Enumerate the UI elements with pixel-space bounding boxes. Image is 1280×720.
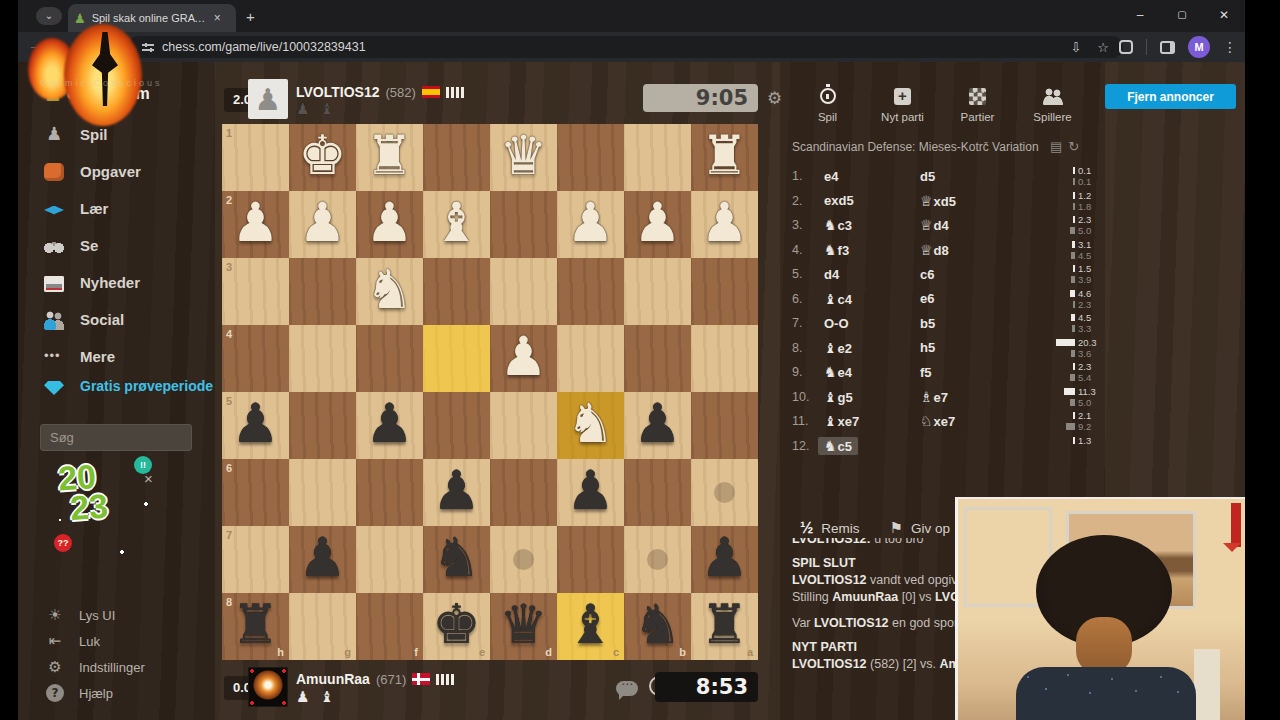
move-w[interactable]: ♞c3 [824, 217, 920, 233]
rank-label: 6 [226, 462, 232, 474]
move-b[interactable]: h5 [920, 340, 1016, 355]
square-a1[interactable]: ♜ [691, 124, 758, 191]
time-bar [1072, 325, 1075, 332]
move-w[interactable]: ♝c4 [824, 291, 920, 307]
panel-tab-nyt-parti[interactable]: Nyt parti [865, 86, 940, 123]
square-d8[interactable]: ♛d [490, 593, 557, 660]
move-w[interactable]: ♞e4 [824, 364, 920, 380]
square-f2[interactable]: ♟ [356, 191, 423, 258]
time-bar [1070, 399, 1075, 406]
sidebar-item-opgaver[interactable]: Opgaver [18, 153, 215, 190]
move-number: 9. [792, 365, 824, 379]
bottom-player-clock: 8:53 [655, 672, 758, 702]
badge-quest: ?? [54, 534, 72, 552]
white-bishop-move-icon: ♝ [824, 389, 837, 405]
square-f4[interactable] [356, 325, 423, 392]
move-b[interactable]: ♕d8 [920, 242, 1016, 258]
rank-label: 7 [226, 529, 232, 541]
square-d6[interactable] [490, 459, 557, 526]
square-d2[interactable] [490, 191, 557, 258]
panel-tab-spillere[interactable]: Spillere [1015, 86, 1090, 123]
move-b[interactable]: b5 [920, 316, 1016, 331]
square-e5[interactable] [423, 392, 490, 459]
time-bar [1073, 301, 1075, 308]
square-e2[interactable]: ♝ [423, 191, 490, 258]
top-player-rating: (582) [386, 85, 416, 100]
sidebar-footer-luk[interactable]: ⇤Luk [18, 628, 215, 654]
time-bar [1073, 437, 1075, 444]
square-d4[interactable]: ♟ [490, 325, 557, 392]
square-g7[interactable]: ♟ [289, 526, 356, 593]
screen: ⌄ ♟ Spil skak online GRATIS - Skak × + –… [0, 0, 1280, 720]
square-c8[interactable]: ♝c [557, 593, 624, 660]
black-bishop-move-icon: ♗ [920, 389, 933, 405]
square-g8[interactable]: g [289, 593, 356, 660]
rank-label: 3 [226, 261, 232, 273]
footer-item-label: Hjælp [79, 686, 113, 701]
square-b1[interactable] [624, 124, 691, 191]
square-a2[interactable]: ♟ [691, 191, 758, 258]
people-icon [1043, 88, 1063, 105]
move-time: 2.3 [1078, 299, 1104, 310]
black-knight-move-icon: ♘ [920, 413, 933, 429]
move-w[interactable]: O-O [824, 316, 920, 331]
square-e8[interactable]: ♚e [423, 593, 490, 660]
white-queen-d1[interactable]: ♛ [490, 124, 557, 191]
square-a6[interactable] [691, 459, 758, 526]
time-bar [1056, 339, 1075, 346]
square-h1[interactable]: 1 [222, 124, 289, 191]
white-bishop-e2[interactable]: ♝ [423, 191, 490, 258]
exit-icon: ⇤ [46, 632, 64, 650]
help-icon: ? [46, 684, 64, 702]
panel-tab-partier[interactable]: Partier [940, 86, 1015, 123]
move-b[interactable]: f5 [920, 365, 1016, 380]
white-rook-f1[interactable]: ♜ [356, 124, 423, 191]
white-pawn-a2[interactable]: ♟ [691, 191, 758, 258]
square-h2[interactable]: ♟2 [222, 191, 289, 258]
square-f3[interactable]: ♞ [356, 258, 423, 325]
square-b3[interactable] [624, 258, 691, 325]
square-h8[interactable]: ♜8h [222, 593, 289, 660]
move-time: 11.3 [1078, 386, 1104, 397]
sun-icon: ☀ [46, 606, 64, 624]
move-time: 5.0 [1078, 225, 1104, 236]
game-actions: ½ Remis ⚑ Giv op [800, 519, 972, 537]
time-bar [1073, 265, 1075, 272]
chess-board[interactable]: 1♚♜♛♜♟2♟♟♝♟♟♟3♞4♟♟5♟♞♟6♟♟7♟♞♟♜8hgf♚e♛d♝c… [222, 124, 758, 660]
square-d5[interactable] [490, 392, 557, 459]
file-label: e [479, 646, 485, 658]
black-queen-move-icon: ♕ [920, 217, 933, 233]
square-a3[interactable] [691, 258, 758, 325]
sidebar-item-label: Social [80, 311, 124, 328]
trial-label: Gratis prøveperiode [80, 378, 213, 395]
puzzle-icon [44, 163, 64, 181]
white-pawn-c2[interactable]: ♟ [557, 191, 624, 258]
square-g6[interactable] [289, 459, 356, 526]
move-row: 8.♝e2h520.33.6 [792, 336, 1104, 361]
move-b[interactable]: c6 [920, 267, 1016, 282]
time-bar [1066, 423, 1075, 430]
move-w[interactable]: ♞f3 [824, 242, 920, 258]
sidebar-item-se[interactable]: Se [18, 227, 215, 264]
square-b8[interactable]: ♞b [624, 593, 691, 660]
remove-ads-button[interactable]: Fjern annoncer [1105, 84, 1236, 109]
close-button[interactable]: ✕ [1203, 0, 1245, 32]
move-time: 3.6 [1078, 348, 1104, 359]
time-bar [1073, 363, 1075, 370]
white-bishop-move-icon: ♝ [824, 413, 837, 429]
time-bar [1070, 290, 1075, 297]
file-label: c [613, 646, 619, 658]
file-label: d [545, 646, 552, 658]
black-queen-move-icon: ♕ [920, 193, 933, 209]
people-icon [44, 310, 64, 330]
move-w[interactable]: exd5 [824, 193, 920, 208]
panel-tab-label: Partier [940, 111, 1015, 123]
square-f1[interactable]: ♜ [356, 124, 423, 191]
time-bar [1073, 192, 1075, 199]
time-bar [1073, 203, 1075, 210]
rank-label: 8 [226, 596, 232, 608]
red-ribbon [1231, 503, 1241, 547]
square-b5[interactable]: ♟ [624, 392, 691, 459]
move-row: 4.♞f3♕d83.14.5 [792, 238, 1104, 263]
move-w[interactable]: ♝g5 [824, 389, 920, 405]
top-player-avatar[interactable]: ♟ [248, 79, 288, 119]
move-time: 1.8 [1078, 201, 1104, 212]
extensions-icon[interactable] [1119, 40, 1133, 54]
move-number: 3. [792, 218, 824, 232]
sidebar-item-label: Mere [80, 348, 115, 365]
bookmark-star-icon[interactable]: ☆ [1097, 40, 1109, 55]
url-text: chess.com/game/live/100032839431 [162, 40, 366, 54]
white-pawn-d4[interactable]: ♟ [490, 325, 557, 392]
sidebar-item-lær[interactable]: Lær [18, 190, 215, 227]
panel-tab-label: Nyt parti [865, 111, 940, 123]
panel-tab-label: Spil [790, 111, 865, 123]
square-d1[interactable]: ♛ [490, 124, 557, 191]
sidebar-item-label: Lær [80, 200, 108, 217]
white-knight-c5[interactable]: ♞ [557, 392, 624, 459]
chat-bubble-icon[interactable] [616, 681, 638, 696]
square-f5[interactable]: ♟ [356, 392, 423, 459]
file-label: f [414, 646, 418, 658]
black-strip-right [1245, 0, 1280, 720]
square-c6[interactable]: ♟ [557, 459, 624, 526]
board-settings-gear-icon[interactable]: ⚙ [767, 88, 782, 108]
resign-button[interactable]: Giv op [911, 521, 950, 536]
time-bar [1073, 178, 1075, 185]
sidebar-menu: SpilOpgaverLærSeNyhederSocialMere [18, 116, 215, 375]
move-row: 11.♝xe7♘xe72.19.2 [792, 409, 1104, 434]
time-bar [1072, 241, 1075, 248]
window-controls: – ▢ ✕ [1119, 0, 1245, 32]
move-time: 0.1 [1078, 176, 1104, 187]
white-king-g1[interactable]: ♚ [289, 124, 356, 191]
square-b7[interactable] [624, 526, 691, 593]
top-player-clock: 9:05 [643, 84, 758, 112]
checker-icon [969, 88, 986, 105]
sidebar-footer-lys-ui[interactable]: ☀Lys UI [18, 602, 215, 628]
white-rook-a1[interactable]: ♜ [691, 124, 758, 191]
rank-label: 5 [226, 395, 232, 407]
sidebar-item-social[interactable]: Social [18, 301, 215, 338]
file-label: g [344, 646, 351, 658]
white-knight-f3[interactable]: ♞ [356, 258, 423, 325]
move-b[interactable]: ♕d4 [920, 217, 1016, 233]
connection-bars-icon [436, 674, 454, 685]
streamer-shirt [1016, 667, 1196, 720]
browser-titlebar: ⌄ ♟ Spil skak online GRATIS - Skak × + –… [18, 0, 1245, 32]
square-e7[interactable]: ♞ [423, 526, 490, 593]
square-c7[interactable] [557, 526, 624, 593]
square-h5[interactable]: ♟5 [222, 392, 289, 459]
white-pawn-g2[interactable]: ♟ [289, 191, 356, 258]
new-tab-button[interactable]: + [246, 8, 255, 25]
file-label: h [277, 646, 284, 658]
gear-icon: ⚙ [46, 658, 64, 676]
square-h6[interactable]: 6 [222, 459, 289, 526]
black-pawn-b5[interactable]: ♟ [624, 392, 691, 459]
news-icon [44, 276, 64, 292]
square-b6[interactable] [624, 459, 691, 526]
square-e3[interactable] [423, 258, 490, 325]
move-w[interactable]: d4 [824, 267, 920, 282]
toolbar-right: M ⋮ [1119, 36, 1237, 58]
move-time: 3.1 [1078, 239, 1104, 250]
move-number: 1. [792, 169, 824, 183]
time-bar [1070, 374, 1075, 381]
plus-icon [894, 88, 911, 105]
white-pawn-f2[interactable]: ♟ [356, 191, 423, 258]
square-e1[interactable] [423, 124, 490, 191]
legal-move-dot [714, 482, 735, 503]
profile-avatar[interactable]: M [1188, 36, 1210, 58]
square-b2[interactable]: ♟ [624, 191, 691, 258]
tab-close-icon[interactable]: × [214, 11, 221, 25]
time-bar [1073, 412, 1075, 419]
footer-item-label: Luk [79, 634, 100, 649]
square-h3[interactable]: 3 [222, 258, 289, 325]
rank-label: 1 [226, 127, 232, 139]
move-time: 2.3 [1078, 214, 1104, 225]
move-b[interactable]: ♗e7 [920, 389, 1016, 405]
move-w[interactable]: ♝e2 [824, 340, 920, 356]
black-pawn-f5[interactable]: ♟ [356, 392, 423, 459]
install-icon[interactable]: ⇩ [1070, 40, 1081, 55]
rank-label: 4 [226, 328, 232, 340]
white-knight-move-icon: ♞ [824, 242, 837, 258]
top-player-info[interactable]: LVOLTIOS12 (582) [296, 84, 464, 100]
sidebar-item-nyheder[interactable]: Nyheder [18, 264, 215, 301]
badge-close-icon[interactable]: × [144, 470, 153, 487]
move-b[interactable]: ♘xe7 [920, 413, 1016, 429]
opening-book-icon[interactable]: ▤ [1050, 139, 1062, 154]
white-knight-move-icon: ♞ [824, 364, 837, 380]
right-panel-tabs: SpilNyt partiPartierSpillere [790, 86, 1090, 123]
bottom-player-name: AmuunRaa [296, 671, 370, 687]
legal-move-dot [647, 549, 668, 570]
file-label: a [747, 646, 753, 658]
opening-explorer-icon[interactable]: ↻ [1068, 139, 1079, 154]
square-g2[interactable]: ♟ [289, 191, 356, 258]
move-row: 7.O-Ob54.53.3 [792, 311, 1104, 336]
square-e4[interactable] [423, 325, 490, 392]
square-b4[interactable] [624, 325, 691, 392]
promo-2023-badge[interactable]: 20 23 !! ?? [58, 460, 158, 560]
time-bar [1071, 276, 1075, 283]
square-a5[interactable] [691, 392, 758, 459]
move-time: 4.5 [1078, 312, 1104, 323]
square-d7[interactable] [490, 526, 557, 593]
move-number: 7. [792, 316, 824, 330]
move-number: 10. [792, 390, 824, 404]
black-pawn-e6[interactable]: ♟ [423, 459, 490, 526]
move-row: 3.♞c3♕d42.35.0 [792, 213, 1104, 238]
move-row: 6.♝c4e64.62.3 [792, 287, 1104, 312]
black-pawn-g7[interactable]: ♟ [289, 526, 356, 593]
square-h4[interactable]: 4 [222, 325, 289, 392]
square-g5[interactable] [289, 392, 356, 459]
white-knight-move-icon: ♞ [824, 217, 837, 233]
square-a7[interactable]: ♟ [691, 526, 758, 593]
spain-flag-icon [422, 86, 440, 98]
minimize-button[interactable]: – [1119, 0, 1161, 32]
move-row: 1.e4d50.10.1 [792, 164, 1104, 189]
black-knight-e7[interactable]: ♞ [423, 526, 490, 593]
sidebar: ♟ chess.com SpilOpgaverLærSeNyhederSocia… [18, 62, 215, 720]
square-c3[interactable] [557, 258, 624, 325]
address-bar[interactable]: chess.com/game/live/100032839431 ⇩ ☆ [128, 36, 1123, 58]
time-bar [1073, 216, 1075, 223]
move-number: 5. [792, 267, 824, 281]
phoenix-logo-overlay [28, 22, 146, 130]
square-f7[interactable] [356, 526, 423, 593]
sidebar-footer-indstillinger[interactable]: ⚙Indstillinger [18, 654, 215, 680]
move-b[interactable]: ♕xd5 [920, 193, 1016, 209]
move-time: 3.3 [1078, 323, 1104, 334]
stopwatch-icon [820, 88, 836, 104]
white-bishop-move-icon: ♝ [824, 340, 837, 356]
cap-icon [44, 206, 64, 217]
top-player-name: LVOLTIOS12 [296, 84, 380, 100]
sidebar-item-label: Nyheder [80, 274, 140, 291]
move-time: 9.2 [1078, 421, 1104, 432]
square-c4[interactable] [557, 325, 624, 392]
draw-button[interactable]: Remis [821, 521, 859, 536]
badge-year-bottom: 23 [69, 487, 159, 523]
sidebar-item-label: Se [80, 237, 98, 254]
move-time: 1.5 [1078, 263, 1104, 274]
move-w[interactable]: ♝xe7 [824, 413, 920, 429]
time-bar [1073, 167, 1075, 174]
file-label: b [679, 646, 686, 658]
move-b[interactable]: d5 [920, 169, 1016, 184]
time-bar [1071, 252, 1076, 259]
resign-flag-icon[interactable]: ⚑ [890, 519, 903, 537]
square-c5[interactable]: ♞ [557, 392, 624, 459]
move-time: 1.3 [1078, 435, 1104, 446]
move-number: 11. [792, 414, 824, 428]
opening-name: Scandinavian Defense: Mieses-Kotrč Varia… [792, 140, 1044, 154]
square-a8[interactable]: ♜a [691, 593, 758, 660]
black-pawn-c6[interactable]: ♟ [557, 459, 624, 526]
move-time: 1.2 [1078, 190, 1104, 201]
move-w[interactable]: ♞c5 [824, 437, 920, 455]
square-g1[interactable]: ♚ [289, 124, 356, 191]
sidebar-footer-hjælp[interactable]: ?Hjælp [18, 680, 215, 706]
time-bar [1071, 350, 1075, 357]
sidebar-footer: ☀Lys UI⇤Luk⚙Indstillinger?Hjælp [18, 602, 215, 706]
rank-label: 2 [226, 194, 232, 206]
square-h7[interactable]: 7 [222, 526, 289, 593]
sidebar-item-mere[interactable]: Mere [18, 338, 215, 375]
bottom-player-rating: (671) [376, 672, 406, 687]
stream-watermark: Cosmic Conscious [40, 78, 163, 88]
panel-tab-label: Spillere [1015, 111, 1090, 123]
move-row: 2.exd5♕xd51.21.8 [792, 189, 1104, 214]
square-d3[interactable] [490, 258, 557, 325]
move-time: 3.9 [1078, 274, 1104, 285]
white-knight-move-icon: ♞ [824, 438, 837, 454]
side-panel-icon[interactable] [1160, 41, 1175, 54]
white-bishop-move-icon: ♝ [824, 291, 837, 307]
denmark-flag-icon [412, 673, 430, 685]
square-g4[interactable] [289, 325, 356, 392]
dots-icon [44, 347, 64, 367]
square-f8[interactable]: f [356, 593, 423, 660]
move-time: 20.3 [1078, 337, 1104, 348]
top-player-captured-pieces: ♟ ♝ [296, 100, 337, 118]
diamond-icon [44, 381, 64, 395]
sidebar-item-trial[interactable]: Gratis prøveperiode [44, 378, 213, 395]
black-queen-move-icon: ♕ [920, 242, 933, 258]
square-c2[interactable]: ♟ [557, 191, 624, 258]
footer-item-label: Indstillinger [79, 660, 145, 675]
bottom-player-info[interactable]: AmuunRaa (671) [296, 671, 454, 687]
panel-tab-spil[interactable]: Spil [790, 86, 865, 123]
bottom-player-captured-pieces: ♟ ♝ [296, 688, 337, 706]
black-pawn-a7[interactable]: ♟ [691, 526, 758, 593]
draw-half-icon[interactable]: ½ [800, 519, 813, 537]
move-w[interactable]: e4 [824, 169, 920, 184]
time-bar [1070, 227, 1075, 234]
square-f6[interactable] [356, 459, 423, 526]
opening-row: Scandinavian Defense: Mieses-Kotrč Varia… [792, 139, 1104, 154]
square-a4[interactable] [691, 325, 758, 392]
search-input[interactable] [40, 424, 192, 451]
time-bar [1071, 314, 1076, 321]
move-b[interactable]: e6 [920, 291, 1016, 306]
move-time: 0.1 [1078, 165, 1104, 176]
move-time: 5.0 [1078, 397, 1104, 408]
square-c1[interactable] [557, 124, 624, 191]
legal-move-dot [513, 549, 534, 570]
menu-dots-icon[interactable]: ⋮ [1223, 39, 1237, 55]
square-g3[interactable] [289, 258, 356, 325]
connection-bars-icon [446, 87, 464, 98]
square-e6[interactable]: ♟ [423, 459, 490, 526]
white-pawn-b2[interactable]: ♟ [624, 191, 691, 258]
move-number: 8. [792, 341, 824, 355]
time-bar [1064, 388, 1075, 395]
move-number: 6. [792, 292, 824, 306]
bottom-player-avatar[interactable] [248, 667, 288, 707]
move-row: 9.♞e4f52.35.4 [792, 360, 1104, 385]
move-time: 5.4 [1078, 372, 1104, 383]
